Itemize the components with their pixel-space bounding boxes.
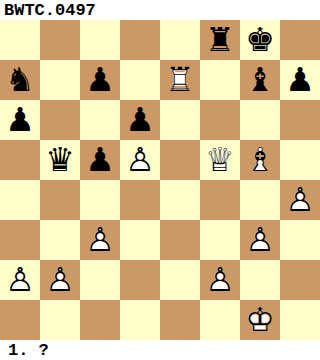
piece-white-bishop: ♝♗	[240, 140, 280, 180]
square-g5[interactable]: ♝♗	[240, 140, 280, 180]
square-d4[interactable]	[120, 180, 160, 220]
square-f8[interactable]: ♜	[200, 20, 240, 60]
piece-white-pawn: ♟♙	[40, 260, 80, 300]
square-d3[interactable]	[120, 220, 160, 260]
piece-black-rook: ♜	[200, 20, 240, 60]
piece-outline-layer: ♕	[200, 140, 240, 180]
square-c6[interactable]	[80, 100, 120, 140]
square-h5[interactable]	[280, 140, 320, 180]
piece-outline-layer: ♙	[40, 260, 80, 300]
piece-fill-layer: ♟	[0, 100, 40, 140]
square-d2[interactable]	[120, 260, 160, 300]
piece-fill-layer: ♟	[80, 60, 120, 100]
square-c1[interactable]	[80, 300, 120, 340]
piece-outline-layer: ♗	[240, 140, 280, 180]
square-g2[interactable]	[240, 260, 280, 300]
piece-black-knight: ♞	[0, 60, 40, 100]
piece-outline-layer: ♙	[0, 260, 40, 300]
header-bar: BWTC.0497	[0, 0, 320, 20]
square-a1[interactable]	[0, 300, 40, 340]
piece-black-pawn: ♟	[80, 60, 120, 100]
footer-bar: 1. ?	[0, 340, 320, 360]
piece-white-pawn: ♟♙	[80, 220, 120, 260]
square-g6[interactable]	[240, 100, 280, 140]
square-f7[interactable]	[200, 60, 240, 100]
piece-white-pawn: ♟♙	[240, 220, 280, 260]
square-f2[interactable]: ♟♙	[200, 260, 240, 300]
square-g4[interactable]	[240, 180, 280, 220]
square-h8[interactable]	[280, 20, 320, 60]
piece-outline-layer: ♙	[280, 180, 320, 220]
square-b3[interactable]	[40, 220, 80, 260]
square-f4[interactable]	[200, 180, 240, 220]
piece-outline-layer: ♙	[240, 220, 280, 260]
square-b4[interactable]	[40, 180, 80, 220]
square-e3[interactable]	[160, 220, 200, 260]
piece-black-pawn: ♟	[0, 100, 40, 140]
square-a6[interactable]: ♟	[0, 100, 40, 140]
square-e7[interactable]: ♜♖	[160, 60, 200, 100]
square-d6[interactable]: ♟	[120, 100, 160, 140]
piece-white-rook: ♜♖	[160, 60, 200, 100]
square-c4[interactable]	[80, 180, 120, 220]
square-b2[interactable]: ♟♙	[40, 260, 80, 300]
square-d8[interactable]	[120, 20, 160, 60]
square-a4[interactable]	[0, 180, 40, 220]
piece-white-queen: ♛♕	[200, 140, 240, 180]
square-g8[interactable]: ♚	[240, 20, 280, 60]
piece-fill-layer: ♟	[280, 60, 320, 100]
piece-outline-layer: ♙	[120, 140, 160, 180]
square-h1[interactable]	[280, 300, 320, 340]
piece-outline-layer: ♔	[240, 300, 280, 340]
square-b7[interactable]	[40, 60, 80, 100]
square-c2[interactable]	[80, 260, 120, 300]
square-e6[interactable]	[160, 100, 200, 140]
square-h3[interactable]	[280, 220, 320, 260]
square-e5[interactable]	[160, 140, 200, 180]
piece-black-bishop: ♝	[240, 60, 280, 100]
square-a7[interactable]: ♞	[0, 60, 40, 100]
square-h6[interactable]	[280, 100, 320, 140]
square-e8[interactable]	[160, 20, 200, 60]
piece-outline-layer: ♙	[200, 260, 240, 300]
square-a2[interactable]: ♟♙	[0, 260, 40, 300]
piece-white-pawn: ♟♙	[0, 260, 40, 300]
piece-black-pawn: ♟	[120, 100, 160, 140]
piece-white-pawn: ♟♙	[120, 140, 160, 180]
piece-white-king: ♚♔	[240, 300, 280, 340]
square-b5[interactable]: ♛	[40, 140, 80, 180]
piece-black-king: ♚	[240, 20, 280, 60]
square-f6[interactable]	[200, 100, 240, 140]
square-d5[interactable]: ♟♙	[120, 140, 160, 180]
square-h4[interactable]: ♟♙	[280, 180, 320, 220]
square-b8[interactable]	[40, 20, 80, 60]
square-f1[interactable]	[200, 300, 240, 340]
piece-fill-layer: ♞	[0, 60, 40, 100]
piece-fill-layer: ♜	[200, 20, 240, 60]
piece-fill-layer: ♚	[240, 20, 280, 60]
square-c5[interactable]: ♟	[80, 140, 120, 180]
piece-outline-layer: ♖	[160, 60, 200, 100]
piece-white-pawn: ♟♙	[280, 180, 320, 220]
piece-black-pawn: ♟	[80, 140, 120, 180]
piece-black-pawn: ♟	[280, 60, 320, 100]
square-f5[interactable]: ♛♕	[200, 140, 240, 180]
square-a5[interactable]	[0, 140, 40, 180]
piece-black-queen: ♛	[40, 140, 80, 180]
square-d1[interactable]	[120, 300, 160, 340]
square-b6[interactable]	[40, 100, 80, 140]
square-b1[interactable]	[40, 300, 80, 340]
piece-fill-layer: ♟	[80, 140, 120, 180]
square-h2[interactable]	[280, 260, 320, 300]
square-e1[interactable]	[160, 300, 200, 340]
move-prompt: 1. ?	[8, 341, 49, 360]
square-g1[interactable]: ♚♔	[240, 300, 280, 340]
puzzle-id: BWTC.0497	[4, 1, 96, 20]
square-g7[interactable]: ♝	[240, 60, 280, 100]
square-e2[interactable]	[160, 260, 200, 300]
square-e4[interactable]	[160, 180, 200, 220]
square-c7[interactable]: ♟	[80, 60, 120, 100]
piece-fill-layer: ♝	[240, 60, 280, 100]
square-h7[interactable]: ♟	[280, 60, 320, 100]
square-c8[interactable]	[80, 20, 120, 60]
square-g3[interactable]: ♟♙	[240, 220, 280, 260]
square-f3[interactable]	[200, 220, 240, 260]
square-a8[interactable]	[0, 20, 40, 60]
piece-outline-layer: ♙	[80, 220, 120, 260]
piece-fill-layer: ♟	[120, 100, 160, 140]
square-a3[interactable]	[0, 220, 40, 260]
square-c3[interactable]: ♟♙	[80, 220, 120, 260]
square-d7[interactable]	[120, 60, 160, 100]
piece-fill-layer: ♛	[40, 140, 80, 180]
piece-white-pawn: ♟♙	[200, 260, 240, 300]
chess-board: ♜♚♞♟♜♖♝♟♟♟♛♟♟♙♛♕♝♗♟♙♟♙♟♙♟♙♟♙♟♙♚♔	[0, 20, 320, 340]
chess-puzzle-app: BWTC.0497 ♜♚♞♟♜♖♝♟♟♟♛♟♟♙♛♕♝♗♟♙♟♙♟♙♟♙♟♙♟♙…	[0, 0, 320, 360]
